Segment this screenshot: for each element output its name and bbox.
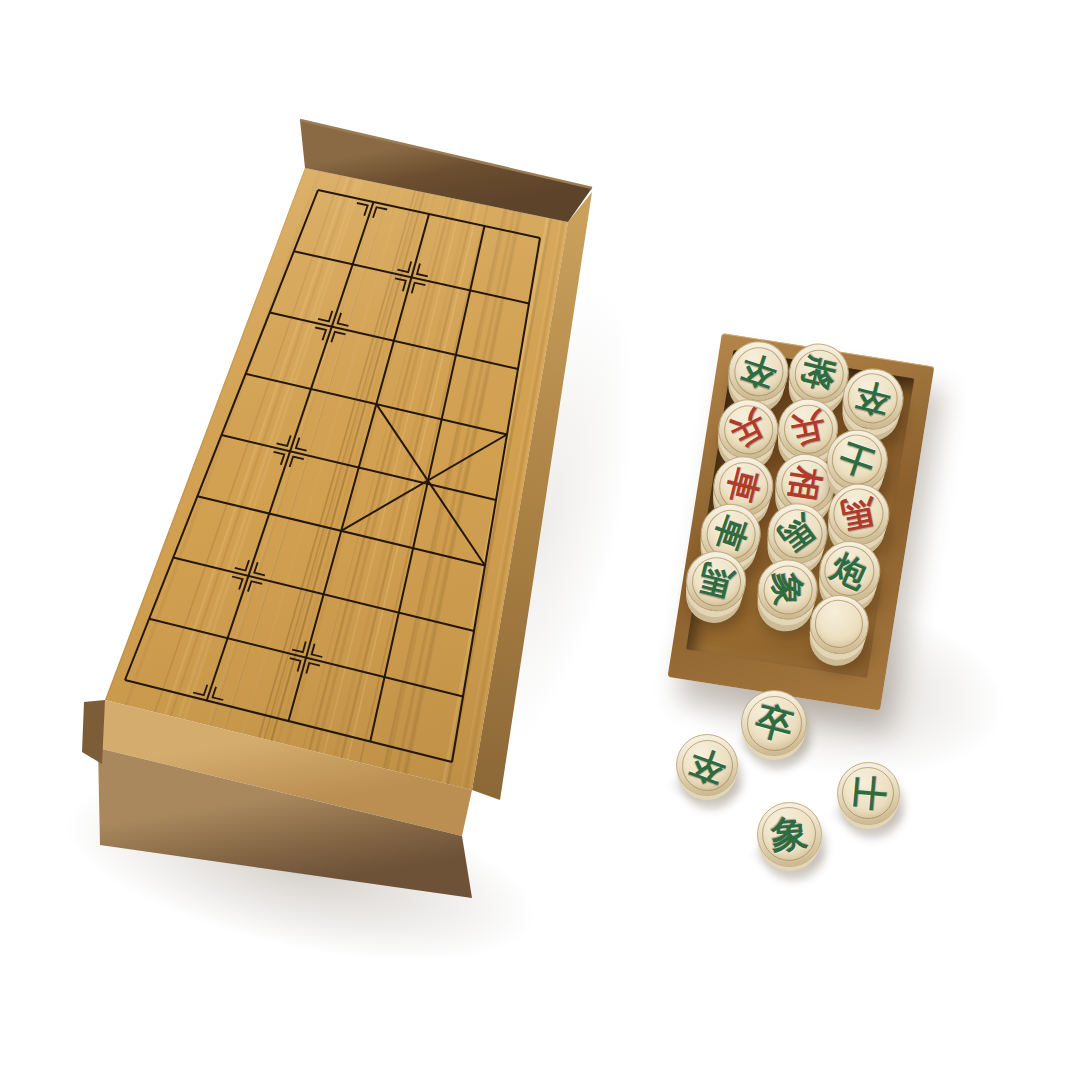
scene: 卒兵車車馬將兵相馬象卒士馬炮 卒卒象士 (0, 0, 1080, 1080)
piece-soldier-green[interactable]: 卒 (676, 734, 738, 796)
piece-character: 兵 (788, 409, 828, 449)
piece-ring (811, 596, 866, 651)
folded-board-box (0, 0, 1080, 1080)
piece-soldier-green[interactable]: 卒 (724, 337, 793, 406)
piece-character: 象 (769, 814, 809, 854)
board-left-lip (82, 700, 105, 764)
piece-soldier-red[interactable]: 兵 (714, 395, 783, 464)
piece-soldier-green[interactable]: 卒 (741, 690, 807, 756)
piece-cannon-green[interactable]: 炮 (814, 536, 884, 606)
piece-character: 士 (849, 774, 887, 812)
piece-character: 象 (770, 572, 805, 607)
piece-advisor-green[interactable]: 士 (837, 762, 900, 825)
piece-elephant-green[interactable]: 象 (757, 802, 822, 867)
piece-character: 相 (786, 464, 825, 503)
piece-character: 馬 (839, 494, 879, 534)
